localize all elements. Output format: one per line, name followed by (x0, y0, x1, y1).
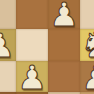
dark-square[interactable] (0, 92, 16, 94)
light-square[interactable] (0, 61, 16, 93)
dark-square[interactable] (16, 92, 48, 94)
white-pawn-piece[interactable]: ♟ (49, 0, 79, 31)
highlighted-light-square-white-knight[interactable]: ♞ (80, 29, 94, 61)
light-square[interactable] (48, 92, 80, 94)
highlighted-dark-square-white-pawn[interactable]: ♟ (0, 29, 16, 61)
dark-square-white-pawn[interactable]: ♟ (48, 0, 80, 29)
chess-board-viewport: ♟♟♞♟♟ (0, 0, 94, 94)
light-square[interactable] (80, 92, 94, 94)
chess-board-grid: ♟♟♞♟♟ (0, 0, 94, 94)
dark-square[interactable] (48, 29, 80, 61)
light-square[interactable] (16, 29, 48, 61)
white-pawn-piece[interactable]: ♟ (81, 61, 94, 94)
light-square[interactable] (0, 0, 16, 29)
dark-square[interactable] (16, 0, 48, 29)
white-pawn-piece[interactable]: ♟ (0, 29, 15, 62)
highlighted-square-white-pawn[interactable]: ♟ (16, 61, 48, 93)
dark-square-white-pawn[interactable]: ♟ (80, 61, 94, 93)
white-pawn-piece[interactable]: ♟ (17, 61, 47, 94)
dark-square[interactable] (48, 61, 80, 93)
